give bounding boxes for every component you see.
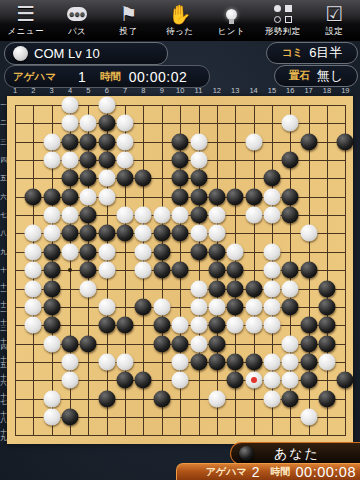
white-stone (117, 133, 134, 150)
black-stone (80, 335, 97, 352)
white-stone (43, 408, 60, 425)
white-stone (117, 353, 134, 370)
white-player-pill: COM Lv 10 (4, 42, 168, 65)
coord-label-col: 15 (268, 86, 276, 95)
white-stone (282, 353, 299, 370)
black-captures-count: 2 (252, 464, 260, 480)
coord-label-row: 五 (0, 175, 7, 181)
white-captures-bar: アゲハマ 1 時間 00:00:02 (4, 65, 210, 88)
coord-label-col: 10 (176, 86, 184, 95)
white-stone (62, 97, 79, 114)
coord-label-row: 七 (0, 212, 7, 218)
white-stone (245, 298, 262, 315)
white-stone (25, 298, 42, 315)
black-stone (80, 243, 97, 260)
black-stone (282, 188, 299, 205)
black-stone (190, 207, 207, 224)
judge-shapes-icon (274, 2, 292, 26)
white-stone (43, 133, 60, 150)
black-stone (227, 280, 244, 297)
black-stone (172, 335, 189, 352)
black-stone (208, 280, 225, 297)
coord-label-row: 三 (0, 139, 7, 145)
coord-label-row: 九 (0, 249, 7, 255)
star-point (68, 268, 72, 272)
white-stone (282, 280, 299, 297)
white-stone (190, 152, 207, 169)
white-stone (263, 298, 280, 315)
black-stone (98, 115, 115, 132)
white-stone (62, 115, 79, 132)
toolbar-button-label: メニュー (7, 26, 44, 38)
coord-label-col: 5 (86, 86, 90, 95)
coord-label-row: 十二 (0, 301, 7, 313)
white-stone (190, 317, 207, 334)
coord-label-col: 17 (304, 86, 312, 95)
coord-label-row: 四 (0, 157, 7, 163)
black-time-value: 00:00:08 (296, 464, 356, 480)
black-stone (62, 408, 79, 425)
black-stone (117, 225, 134, 242)
white-stone (117, 115, 134, 132)
black-stone (98, 133, 115, 150)
black-stone (282, 390, 299, 407)
coord-label-col: 7 (123, 86, 127, 95)
black-stone (172, 170, 189, 187)
black-stone (153, 317, 170, 334)
coord-label-col: 14 (249, 86, 257, 95)
white-stone (190, 225, 207, 242)
komi-pill: コミ 6目半 (266, 42, 358, 64)
white-stone (263, 317, 280, 334)
black-stone (318, 280, 335, 297)
coord-label-row: 十五 (0, 356, 7, 368)
white-stone (43, 152, 60, 169)
white-stone (117, 152, 134, 169)
coord-label-row: 十 (0, 267, 7, 273)
black-stone (153, 390, 170, 407)
white-stone (263, 280, 280, 297)
komi-value: 6目半 (309, 44, 342, 62)
white-stone (172, 317, 189, 334)
black-stone (153, 225, 170, 242)
white-stone (263, 243, 280, 260)
white-stone (80, 188, 97, 205)
black-stone (153, 243, 170, 260)
coord-label-col: 18 (323, 86, 331, 95)
white-stone (135, 225, 152, 242)
white-stone (98, 188, 115, 205)
white-stone (190, 280, 207, 297)
white-stone (263, 353, 280, 370)
black-stone (43, 317, 60, 334)
white-stone (135, 243, 152, 260)
black-stone (117, 170, 134, 187)
black-stone (62, 188, 79, 205)
black-stone (263, 170, 280, 187)
black-stone (153, 262, 170, 279)
black-stone (337, 133, 354, 150)
pass-speech-bubble-icon: ●●● (67, 2, 87, 26)
toolbar-button-judge-shapes[interactable]: 形勢判定 (257, 0, 308, 40)
black-stone (172, 133, 189, 150)
white-stone (98, 298, 115, 315)
handicap-value: 無し (317, 67, 343, 85)
white-stone (227, 243, 244, 260)
black-stone (135, 170, 152, 187)
black-stone (190, 243, 207, 260)
black-stone (172, 262, 189, 279)
white-stone (300, 225, 317, 242)
black-stone (117, 372, 134, 389)
black-stone (117, 317, 134, 334)
white-stone (98, 353, 115, 370)
white-stone (282, 372, 299, 389)
black-stone (282, 262, 299, 279)
resign-flag-icon: ⚑ (120, 2, 138, 26)
black-stone (300, 262, 317, 279)
toolbar-button-undo-hand[interactable]: ✋待った (154, 0, 205, 40)
black-stone (190, 353, 207, 370)
white-stone (43, 225, 60, 242)
black-stone (98, 317, 115, 334)
toolbar: ☰メニュー●●●パス⚑投了✋待ったヒント形勢判定☑設定 (0, 0, 360, 41)
white-player-name: COM Lv 10 (34, 46, 100, 61)
black-stone (43, 243, 60, 260)
black-stone-icon (239, 446, 254, 461)
black-stone (43, 188, 60, 205)
black-stone (227, 372, 244, 389)
white-stone (208, 225, 225, 242)
white-stone (190, 298, 207, 315)
black-stone (43, 262, 60, 279)
grid-line-h (15, 435, 346, 436)
white-time-label: 時間 (100, 70, 121, 84)
toolbar-button-hint-lightbulb[interactable]: ヒント (206, 0, 257, 40)
coord-label-col: 19 (341, 86, 349, 95)
black-stone (227, 298, 244, 315)
white-stone (80, 115, 97, 132)
black-stone (318, 298, 335, 315)
black-stone (245, 188, 262, 205)
white-stone (245, 317, 262, 334)
toolbar-button-menu[interactable]: ☰メニュー (0, 0, 51, 40)
black-stone (62, 133, 79, 150)
coord-label-row: 十六 (0, 374, 7, 386)
white-stone (25, 243, 42, 260)
black-stone (227, 353, 244, 370)
white-stone (282, 115, 299, 132)
white-stone (98, 243, 115, 260)
black-stone (80, 170, 97, 187)
white-stone (117, 207, 134, 224)
black-stone (135, 298, 152, 315)
white-stone (172, 372, 189, 389)
black-captures-bar: アゲハマ 2 時間 00:00:08 (176, 463, 360, 480)
white-stone (227, 317, 244, 334)
coord-label-row: 一 (0, 102, 7, 108)
black-stone (318, 390, 335, 407)
toolbar-button-label: 設定 (325, 26, 343, 38)
white-stone (135, 262, 152, 279)
grid-line-v (327, 105, 328, 436)
white-stone (98, 170, 115, 187)
black-stone (62, 335, 79, 352)
black-stone (80, 133, 97, 150)
black-stone (208, 262, 225, 279)
coord-label-col: 2 (31, 86, 35, 95)
white-stone (43, 335, 60, 352)
settings-checkbox-icon: ☑ (325, 2, 343, 26)
white-stone (153, 298, 170, 315)
white-stone (62, 207, 79, 224)
white-stone (208, 298, 225, 315)
black-captures-label: アゲハマ (206, 465, 247, 479)
black-stone (208, 335, 225, 352)
black-stone (190, 188, 207, 205)
black-stone (62, 170, 79, 187)
white-stone (62, 353, 79, 370)
black-stone (318, 335, 335, 352)
black-stone (172, 225, 189, 242)
black-stone (172, 188, 189, 205)
coord-label-col: 6 (105, 86, 109, 95)
black-stone (172, 152, 189, 169)
black-stone (208, 243, 225, 260)
white-time-value: 00:00:02 (129, 69, 188, 85)
black-stone (43, 298, 60, 315)
white-stone (62, 152, 79, 169)
hint-lightbulb-icon (226, 2, 237, 26)
coord-label-row: 十八 (0, 411, 7, 423)
black-stone (190, 170, 207, 187)
black-player-name: あなた (274, 445, 320, 463)
black-stone (98, 225, 115, 242)
black-stone (153, 335, 170, 352)
handicap-pill: 置石 無し (274, 65, 358, 87)
white-stone (43, 390, 60, 407)
toolbar-button-label: ヒント (218, 26, 246, 38)
white-captures-count: 1 (78, 69, 86, 85)
white-stone (25, 317, 42, 334)
black-stone (300, 372, 317, 389)
coord-label-row: 六 (0, 194, 7, 200)
white-stone (25, 262, 42, 279)
komi-label: コミ (282, 46, 304, 60)
coord-label-row: 十四 (0, 338, 7, 350)
black-stone (300, 353, 317, 370)
black-stone (208, 188, 225, 205)
white-stone (190, 133, 207, 150)
white-stone (135, 207, 152, 224)
white-stone (25, 280, 42, 297)
coord-label-col: 1 (13, 86, 17, 95)
white-stone (25, 225, 42, 242)
white-stone (263, 262, 280, 279)
white-stone (263, 372, 280, 389)
toolbar-button-label: 待った (166, 26, 193, 38)
black-stone (80, 207, 97, 224)
black-stone (300, 133, 317, 150)
black-stone (300, 317, 317, 334)
white-stone (263, 207, 280, 224)
go-app-background: ☰メニュー●●●パス⚑投了✋待ったヒント形勢判定☑設定 COM Lv 10 コミ… (0, 0, 360, 480)
coord-label-row: 十三 (0, 319, 7, 331)
white-stone (43, 207, 60, 224)
black-stone (98, 390, 115, 407)
white-stone (245, 133, 262, 150)
white-stone (172, 207, 189, 224)
coord-label-row: 十一 (0, 283, 7, 295)
black-stone (245, 280, 262, 297)
toolbar-button-label: パス (68, 26, 86, 38)
handicap-label: 置石 (289, 69, 310, 83)
coord-label-col: 9 (160, 86, 164, 95)
white-stone (263, 390, 280, 407)
coord-label-row: 十七 (0, 393, 7, 405)
white-stone (98, 262, 115, 279)
go-board[interactable] (7, 96, 353, 444)
black-stone (282, 152, 299, 169)
black-stone (25, 188, 42, 205)
white-stone (300, 408, 317, 425)
black-stone (337, 372, 354, 389)
menu-icon: ☰ (16, 2, 35, 26)
white-stone (318, 353, 335, 370)
coord-label-col: 3 (50, 86, 54, 95)
coord-label-col: 4 (68, 86, 72, 95)
white-stone (80, 280, 97, 297)
white-stone (263, 188, 280, 205)
black-stone (318, 317, 335, 334)
white-stone (245, 207, 262, 224)
black-stone (282, 207, 299, 224)
white-stone (282, 335, 299, 352)
black-stone (135, 372, 152, 389)
black-stone (80, 225, 97, 242)
coord-label-row: 二 (0, 120, 7, 126)
black-stone (208, 317, 225, 334)
black-stone (43, 280, 60, 297)
toolbar-button-resign-flag[interactable]: ⚑投了 (103, 0, 154, 40)
black-stone (282, 298, 299, 315)
coord-label-row: 八 (0, 230, 7, 236)
white-stone (208, 207, 225, 224)
coord-label-col: 16 (286, 86, 294, 95)
toolbar-button-settings-checkbox[interactable]: ☑設定 (309, 0, 360, 40)
black-stone (208, 353, 225, 370)
last-move-marker (251, 377, 257, 383)
white-stone (62, 372, 79, 389)
white-stone (208, 390, 225, 407)
white-stone (98, 97, 115, 114)
coord-label-col: 13 (231, 86, 239, 95)
white-stone (172, 353, 189, 370)
black-stone (62, 225, 79, 242)
toolbar-button-label: 形勢判定 (265, 26, 301, 38)
black-stone (227, 262, 244, 279)
coord-label-row: 十九 (0, 429, 7, 441)
white-stone (62, 243, 79, 260)
black-stone (98, 152, 115, 169)
coord-label-col: 12 (213, 86, 221, 95)
black-stone (80, 262, 97, 279)
black-stone (300, 335, 317, 352)
black-stone (245, 353, 262, 370)
toolbar-button-pass-speech-bubble[interactable]: ●●●パス (51, 0, 102, 40)
black-player-pill: あなた (230, 442, 360, 465)
coord-label-col: 8 (141, 86, 145, 95)
white-stone (190, 335, 207, 352)
coord-label-col: 11 (195, 86, 203, 95)
white-stone-icon (13, 46, 28, 61)
white-captures-label: アゲハマ (13, 70, 56, 84)
black-time-label: 時間 (271, 465, 291, 479)
toolbar-button-label: 投了 (120, 26, 138, 38)
black-stone (227, 188, 244, 205)
black-stone (80, 152, 97, 169)
white-stone (153, 207, 170, 224)
undo-hand-icon: ✋ (168, 2, 192, 26)
